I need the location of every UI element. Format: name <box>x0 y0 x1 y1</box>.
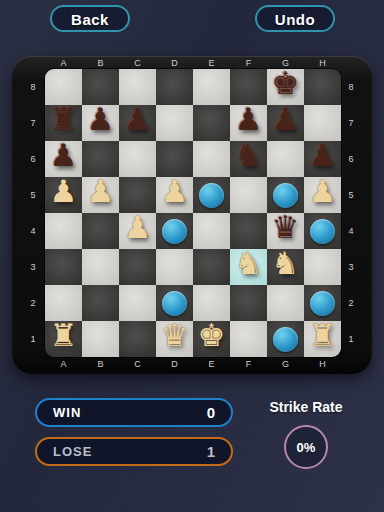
rank-label-2: 2 <box>26 285 40 321</box>
square-a4[interactable] <box>45 213 82 249</box>
undo-button[interactable]: Undo <box>255 5 335 32</box>
square-e6[interactable] <box>193 141 230 177</box>
square-d7[interactable] <box>156 105 193 141</box>
rank-label-3: 3 <box>26 249 40 285</box>
square-e1[interactable]: ♚ <box>193 321 230 357</box>
rank-label-3: 3 <box>344 249 358 285</box>
piece-white-knight[interactable]: ♞ <box>267 246 304 282</box>
square-b5[interactable]: ♟ <box>82 177 119 213</box>
square-b2[interactable] <box>82 285 119 321</box>
rank-label-7: 7 <box>26 105 40 141</box>
file-label-h: H <box>304 58 341 69</box>
file-label-d: D <box>156 359 193 370</box>
strike-rate-badge: 0% <box>284 425 328 469</box>
file-label-b: B <box>82 359 119 370</box>
lose-counter: LOSE 1 <box>35 437 233 466</box>
square-d3[interactable] <box>156 249 193 285</box>
strike-rate-label: Strike Rate <box>260 399 352 415</box>
piece-white-pawn[interactable]: ♟ <box>156 174 193 210</box>
move-hint-dot[interactable] <box>310 291 335 316</box>
square-b3[interactable] <box>82 249 119 285</box>
win-label: WIN <box>53 405 81 420</box>
square-f7[interactable]: ♟ <box>230 105 267 141</box>
square-g2[interactable] <box>267 285 304 321</box>
square-h5[interactable]: ♟ <box>304 177 341 213</box>
square-e4[interactable] <box>193 213 230 249</box>
lose-value: 1 <box>207 443 215 460</box>
square-c4[interactable]: ♟ <box>119 213 156 249</box>
piece-white-queen[interactable]: ♛ <box>156 318 193 354</box>
square-g5[interactable] <box>267 177 304 213</box>
move-hint-dot[interactable] <box>162 291 187 316</box>
piece-black-king[interactable]: ♚ <box>267 69 304 102</box>
rank-label-5: 5 <box>26 177 40 213</box>
piece-white-rook[interactable]: ♜ <box>304 318 341 354</box>
piece-white-knight[interactable]: ♞ <box>230 246 267 282</box>
square-g7[interactable]: ♟ <box>267 105 304 141</box>
file-labels-bottom: ABCDEFGH <box>45 359 341 370</box>
square-d5[interactable]: ♟ <box>156 177 193 213</box>
piece-white-pawn[interactable]: ♟ <box>119 210 156 246</box>
file-label-g: G <box>267 359 304 370</box>
file-label-h: H <box>304 359 341 370</box>
square-d1[interactable]: ♛ <box>156 321 193 357</box>
square-d2[interactable] <box>156 285 193 321</box>
back-button[interactable]: Back <box>50 5 130 32</box>
win-counter: WIN 0 <box>35 398 233 427</box>
square-a7[interactable]: ♜ <box>45 105 82 141</box>
file-label-a: A <box>45 58 82 69</box>
square-h8[interactable] <box>304 69 341 105</box>
file-label-c: C <box>119 58 156 69</box>
square-a6[interactable]: ♟ <box>45 141 82 177</box>
file-label-f: F <box>230 58 267 69</box>
rank-label-8: 8 <box>26 69 40 105</box>
square-e5[interactable] <box>193 177 230 213</box>
square-c8[interactable] <box>119 69 156 105</box>
square-a2[interactable] <box>45 285 82 321</box>
square-d8[interactable] <box>156 69 193 105</box>
square-b6[interactable] <box>82 141 119 177</box>
square-g4[interactable]: ♛ <box>267 213 304 249</box>
square-a3[interactable] <box>45 249 82 285</box>
square-b4[interactable] <box>82 213 119 249</box>
square-f3[interactable]: ♞ <box>230 249 267 285</box>
square-f2[interactable] <box>230 285 267 321</box>
piece-white-pawn[interactable]: ♟ <box>45 174 82 210</box>
piece-white-pawn[interactable]: ♟ <box>304 174 341 210</box>
rank-label-1: 1 <box>26 321 40 357</box>
square-c7[interactable]: ♟ <box>119 105 156 141</box>
piece-black-pawn[interactable]: ♟ <box>82 102 119 138</box>
square-g6[interactable] <box>267 141 304 177</box>
piece-white-king[interactable]: ♚ <box>193 318 230 354</box>
square-f8[interactable] <box>230 69 267 105</box>
square-h2[interactable] <box>304 285 341 321</box>
rank-labels-left: 87654321 <box>26 69 40 357</box>
rank-label-2: 2 <box>344 285 358 321</box>
square-b7[interactable]: ♟ <box>82 105 119 141</box>
piece-black-pawn[interactable]: ♟ <box>267 102 304 138</box>
square-g8[interactable]: ♚ <box>267 69 304 105</box>
file-label-g: G <box>267 58 304 69</box>
square-a1[interactable]: ♜ <box>45 321 82 357</box>
square-a5[interactable]: ♟ <box>45 177 82 213</box>
rank-label-4: 4 <box>344 213 358 249</box>
move-hint-dot[interactable] <box>273 183 298 208</box>
square-f4[interactable] <box>230 213 267 249</box>
rank-label-1: 1 <box>344 321 358 357</box>
file-label-e: E <box>193 359 230 370</box>
move-hint-dot[interactable] <box>162 219 187 244</box>
piece-black-queen[interactable]: ♛ <box>267 210 304 246</box>
file-label-a: A <box>45 359 82 370</box>
piece-black-pawn[interactable]: ♟ <box>230 102 267 138</box>
square-h3[interactable] <box>304 249 341 285</box>
rank-label-6: 6 <box>26 141 40 177</box>
file-label-f: F <box>230 359 267 370</box>
lose-label: LOSE <box>53 444 92 459</box>
square-b8[interactable] <box>82 69 119 105</box>
rank-label-6: 6 <box>344 141 358 177</box>
chess-board: ♚♜♟♟♟♟♟♞♟♟♟♟♟♟♛♞♞♜♛♚♜ <box>45 69 341 357</box>
piece-black-pawn[interactable]: ♟ <box>304 138 341 174</box>
rank-label-4: 4 <box>26 213 40 249</box>
square-e3[interactable] <box>193 249 230 285</box>
square-d6[interactable] <box>156 141 193 177</box>
square-c1[interactable] <box>119 321 156 357</box>
piece-white-rook[interactable]: ♜ <box>45 318 82 354</box>
move-hint-dot[interactable] <box>199 183 224 208</box>
square-g1[interactable] <box>267 321 304 357</box>
move-hint-dot[interactable] <box>310 219 335 244</box>
rank-label-8: 8 <box>344 69 358 105</box>
file-label-b: B <box>82 58 119 69</box>
square-f5[interactable] <box>230 177 267 213</box>
square-h4[interactable] <box>304 213 341 249</box>
file-label-c: C <box>119 359 156 370</box>
piece-black-rook[interactable]: ♜ <box>45 102 82 138</box>
file-label-e: E <box>193 58 230 69</box>
square-h1[interactable]: ♜ <box>304 321 341 357</box>
piece-black-pawn[interactable]: ♟ <box>119 102 156 138</box>
win-value: 0 <box>207 404 215 421</box>
chess-board-frame: ABCDEFGH ABCDEFGH 87654321 87654321 ♚♜♟♟… <box>12 56 372 374</box>
square-g3[interactable]: ♞ <box>267 249 304 285</box>
move-hint-dot[interactable] <box>273 327 298 352</box>
square-c3[interactable] <box>119 249 156 285</box>
square-c5[interactable] <box>119 177 156 213</box>
rank-label-5: 5 <box>344 177 358 213</box>
square-e2[interactable] <box>193 285 230 321</box>
square-a8[interactable] <box>45 69 82 105</box>
square-f6[interactable]: ♞ <box>230 141 267 177</box>
strike-rate-value: 0% <box>297 440 316 455</box>
square-h6[interactable]: ♟ <box>304 141 341 177</box>
rank-labels-right: 87654321 <box>344 69 358 357</box>
square-c6[interactable] <box>119 141 156 177</box>
square-b1[interactable] <box>82 321 119 357</box>
piece-black-knight[interactable]: ♞ <box>230 138 267 174</box>
square-e8[interactable] <box>193 69 230 105</box>
square-f1[interactable] <box>230 321 267 357</box>
piece-black-pawn[interactable]: ♟ <box>45 138 82 174</box>
rank-label-7: 7 <box>344 105 358 141</box>
square-h7[interactable] <box>304 105 341 141</box>
piece-white-pawn[interactable]: ♟ <box>82 174 119 210</box>
square-d4[interactable] <box>156 213 193 249</box>
file-label-d: D <box>156 58 193 69</box>
file-labels-top: ABCDEFGH <box>45 58 341 69</box>
square-c2[interactable] <box>119 285 156 321</box>
square-e7[interactable] <box>193 105 230 141</box>
